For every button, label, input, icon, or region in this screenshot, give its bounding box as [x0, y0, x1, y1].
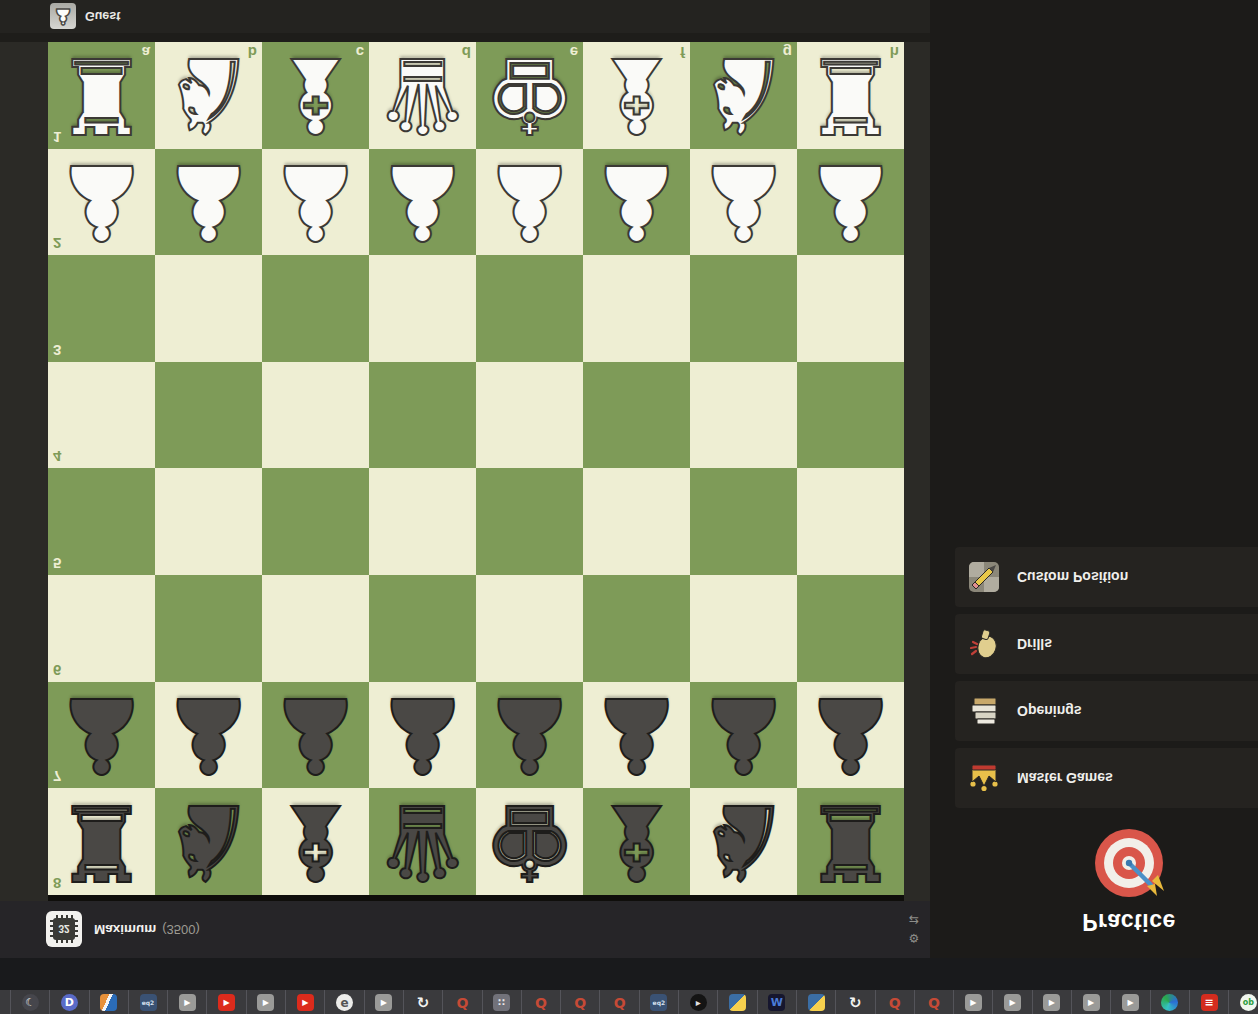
square-f5[interactable]	[583, 469, 690, 576]
youtube-red-icon: ▶	[297, 994, 314, 1011]
taskbar-slot-18[interactable]: ▸	[678, 990, 717, 1014]
square-f3[interactable]	[583, 255, 690, 362]
chip-label: 32	[58, 924, 70, 935]
browser-e-icon: e	[336, 994, 353, 1011]
square-f4[interactable]	[583, 362, 690, 469]
taskbar-slot-30[interactable]	[1150, 990, 1189, 1014]
taskbar-slot-19[interactable]	[717, 990, 756, 1014]
square-f7[interactable]: ♟	[583, 682, 690, 789]
square-a6[interactable]: 6	[48, 575, 155, 682]
swirl-app-icon: ☾	[22, 994, 39, 1011]
piece-white-knight[interactable]: ♞	[690, 42, 797, 149]
crown-icon	[968, 762, 1000, 794]
square-b3[interactable]	[155, 255, 262, 362]
screen: 32 Maximum (3500) ⇄⚙ 8♜♞♝♛♚♝♞♜7♟♟♟♟♟♟♟♟6…	[0, 0, 1258, 1014]
piece-black-pawn[interactable]: ♟	[583, 682, 690, 789]
piece-white-pawn[interactable]: ♟	[476, 149, 583, 256]
square-e5[interactable]	[476, 469, 583, 576]
white-pawn-avatar-icon: ♟	[53, 6, 73, 28]
piece-white-queen[interactable]: ♛	[369, 42, 476, 149]
square-c1[interactable]: c♝	[262, 42, 369, 149]
square-f8[interactable]: ♝	[583, 788, 690, 895]
menu-item-custom-position[interactable]: Custom Position	[955, 547, 1258, 607]
discord-d-icon: D	[61, 994, 78, 1011]
square-g3[interactable]	[690, 255, 797, 362]
piece-white-knight[interactable]: ♞	[155, 42, 262, 149]
piece-white-pawn[interactable]: ♟	[48, 149, 155, 256]
taskbar-slot-12[interactable]: Q	[442, 990, 481, 1014]
square-e4[interactable]	[476, 362, 583, 469]
taskbar-slot-14[interactable]: Q	[521, 990, 560, 1014]
square-f6[interactable]	[583, 575, 690, 682]
menu-item-label: Master Games	[1017, 770, 1113, 786]
engine-rating: (3500)	[162, 922, 200, 937]
taskbar-slot-32[interactable]: ob	[1228, 990, 1258, 1014]
taskbar-slot-15[interactable]: Q	[560, 990, 599, 1014]
square-a4[interactable]: 4	[48, 362, 155, 469]
square-b2[interactable]: ♟	[155, 149, 262, 256]
square-a3[interactable]: 3	[48, 255, 155, 362]
square-a5[interactable]: 5	[48, 469, 155, 576]
piece-black-king[interactable]: ♚	[476, 788, 583, 895]
domino-dots-icon: ∷	[493, 994, 510, 1011]
video-play-gray-icon: ▶	[179, 994, 196, 1011]
square-e8[interactable]: ♚	[476, 788, 583, 895]
square-c3[interactable]	[262, 255, 369, 362]
square-h7[interactable]: ♟	[797, 682, 904, 789]
square-g6[interactable]	[690, 575, 797, 682]
square-a8[interactable]: 8♜	[48, 788, 155, 895]
menu-item-openings[interactable]: Openings	[955, 681, 1258, 741]
red-ring-pin-icon: Q	[886, 994, 903, 1011]
piece-black-pawn[interactable]: ♟	[690, 682, 797, 789]
edge-browser-icon	[1161, 994, 1178, 1011]
red-ring-pin-icon: Q	[454, 994, 471, 1011]
taskbar-slot-7[interactable]: ▶	[246, 990, 285, 1014]
window-edge-band	[0, 958, 1258, 990]
square-b5[interactable]	[155, 469, 262, 576]
square-e1[interactable]: e♚	[476, 42, 583, 149]
photos-app-icon	[100, 994, 117, 1011]
piece-white-pawn[interactable]: ♟	[797, 149, 904, 256]
refresh-arrows-icon: ↻	[847, 994, 864, 1011]
piece-black-knight[interactable]: ♞	[690, 788, 797, 895]
eq2-app-icon: eq2	[650, 994, 667, 1011]
piece-black-queen[interactable]: ♛	[369, 788, 476, 895]
square-b4[interactable]	[155, 362, 262, 469]
square-c5[interactable]	[262, 469, 369, 576]
piece-black-pawn[interactable]: ♟	[155, 682, 262, 789]
square-c8[interactable]: ♝	[262, 788, 369, 895]
taskbar-slot-25[interactable]: ▶	[953, 990, 992, 1014]
square-h3[interactable]	[797, 255, 904, 362]
piece-black-bishop[interactable]: ♝	[583, 788, 690, 895]
rank-label-3: 3	[53, 342, 61, 359]
flip-board-icon[interactable]: ⇄	[906, 914, 922, 928]
video-play-gray-icon: ▶	[965, 994, 982, 1011]
square-b7[interactable]: ♟	[155, 682, 262, 789]
taskbar-slot-26[interactable]: ▶	[992, 990, 1031, 1014]
board-tools: ⇄⚙	[906, 907, 922, 952]
piece-white-pawn[interactable]: ♟	[262, 149, 369, 256]
square-h1[interactable]: h♜	[797, 42, 904, 149]
taskbar-slot-4[interactable]: eq2	[128, 990, 167, 1014]
video-play-gray-icon: ▶	[257, 994, 274, 1011]
square-d5[interactable]	[369, 469, 476, 576]
square-d3[interactable]	[369, 255, 476, 362]
python-icon	[729, 994, 746, 1011]
square-b8[interactable]: ♞	[155, 788, 262, 895]
rank-label-5: 5	[53, 555, 61, 572]
video-play-gray-icon: ▶	[1122, 994, 1139, 1011]
square-e2[interactable]: ♟	[476, 149, 583, 256]
cpu-chip-icon: 32	[49, 915, 79, 945]
square-c6[interactable]	[262, 575, 369, 682]
taskbar-slot-31[interactable]: ≡	[1189, 990, 1228, 1014]
square-g1[interactable]: g♞	[690, 42, 797, 149]
piece-white-bishop[interactable]: ♝	[583, 42, 690, 149]
board-top-gap	[0, 33, 930, 42]
square-b1[interactable]: b♞	[155, 42, 262, 149]
square-h6[interactable]	[797, 575, 904, 682]
w-app-icon: W	[768, 994, 785, 1011]
piece-black-knight[interactable]: ♞	[155, 788, 262, 895]
taskbar-slot-27[interactable]: ▶	[1032, 990, 1071, 1014]
square-e3[interactable]	[476, 255, 583, 362]
piece-black-rook[interactable]: ♜	[48, 788, 155, 895]
square-d4[interactable]	[369, 362, 476, 469]
piece-black-bishop[interactable]: ♝	[262, 788, 369, 895]
square-d6[interactable]	[369, 575, 476, 682]
video-play-gray-icon: ▶	[375, 994, 392, 1011]
practice-section-title: Practice	[1000, 905, 1258, 935]
taskbar-slot-9[interactable]: e	[324, 990, 363, 1014]
menu-item-label: Drills	[1017, 636, 1052, 652]
square-e7[interactable]: ♟	[476, 682, 583, 789]
engine-player-bar: 32 Maximum (3500) ⇄⚙	[0, 901, 930, 958]
square-d1[interactable]: d♛	[369, 42, 476, 149]
rank-label-4: 4	[53, 449, 61, 466]
practice-menu: Custom PositionDrillsOpeningsMaster Game…	[955, 547, 1258, 808]
menu-item-label: Openings	[1017, 703, 1082, 719]
youtube-red-icon: ▶	[218, 994, 235, 1011]
square-h8[interactable]: ♜	[797, 788, 904, 895]
square-e6[interactable]	[476, 575, 583, 682]
piece-white-pawn[interactable]: ♟	[583, 149, 690, 256]
taskbar: ☾Deq2▶▶▶▶e▶↻Q∷QQQeq2▸W↻QQ▶▶▶▶▶≡ob	[0, 990, 1258, 1014]
target-dart-icon	[1093, 827, 1165, 899]
piece-white-pawn[interactable]: ♟	[155, 149, 262, 256]
menu-item-master-games[interactable]: Master Games	[955, 748, 1258, 808]
square-d8[interactable]: ♛	[369, 788, 476, 895]
red-stripes-icon: ≡	[1201, 994, 1218, 1011]
piece-black-pawn[interactable]: ♟	[476, 682, 583, 789]
drill-icon	[968, 628, 1000, 660]
rank-label-6: 6	[53, 662, 61, 679]
square-g7[interactable]: ♟	[690, 682, 797, 789]
books-icon	[968, 695, 1000, 727]
engine-name: Maximum	[94, 922, 156, 937]
red-ring-pin-icon: Q	[925, 994, 942, 1011]
red-ring-pin-icon: Q	[572, 994, 589, 1011]
square-c7[interactable]: ♟	[262, 682, 369, 789]
taskbar-slot-20[interactable]: W	[757, 990, 796, 1014]
piece-black-pawn[interactable]: ♟	[369, 682, 476, 789]
menu-item-drills[interactable]: Drills	[955, 614, 1258, 674]
piece-white-bishop[interactable]: ♝	[262, 42, 369, 149]
square-a1[interactable]: 1a♜	[48, 42, 155, 149]
square-c2[interactable]: ♟	[262, 149, 369, 256]
taskbar-slot-1[interactable]: ☾	[10, 990, 49, 1014]
refresh-arrows-icon: ↻	[415, 994, 432, 1011]
piece-white-king[interactable]: ♚	[476, 42, 583, 149]
chess-board: 8♜♞♝♛♚♝♞♜7♟♟♟♟♟♟♟♟65432♟♟♟♟♟♟♟♟1a♜b♞c♝d♛…	[48, 42, 904, 895]
pencil-board-icon	[968, 561, 1000, 593]
piece-black-pawn[interactable]: ♟	[797, 682, 904, 789]
ob-green-icon: ob	[1240, 994, 1257, 1011]
square-g5[interactable]	[690, 469, 797, 576]
engine-chip-avatar: 32	[46, 912, 82, 948]
square-g4[interactable]	[690, 362, 797, 469]
red-ring-pin-icon: Q	[533, 994, 550, 1011]
taskbar-slot-21[interactable]	[796, 990, 835, 1014]
guest-name: Guest	[85, 10, 120, 24]
taskbar-slot-24[interactable]: Q	[914, 990, 953, 1014]
square-f1[interactable]: f♝	[583, 42, 690, 149]
taskbar-slot-11[interactable]: ↻	[403, 990, 442, 1014]
taskbar-slot-3[interactable]	[89, 990, 128, 1014]
square-h2[interactable]: ♟	[797, 149, 904, 256]
piece-white-pawn[interactable]: ♟	[690, 149, 797, 256]
square-h4[interactable]	[797, 362, 904, 469]
square-f2[interactable]: ♟	[583, 149, 690, 256]
red-ring-pin-icon: Q	[611, 994, 628, 1011]
dark-circle-play-icon: ▸	[690, 994, 707, 1011]
taskbar-slot-2[interactable]: D	[49, 990, 88, 1014]
menu-item-label: Custom Position	[1017, 569, 1128, 585]
square-d7[interactable]: ♟	[369, 682, 476, 789]
python-icon	[808, 994, 825, 1011]
eq2-app-icon: eq2	[140, 994, 157, 1011]
piece-white-rook[interactable]: ♜	[48, 42, 155, 149]
square-a7[interactable]: 7♟	[48, 682, 155, 789]
square-h5[interactable]	[797, 469, 904, 576]
settings-gear-icon[interactable]: ⚙	[906, 932, 922, 946]
taskbar-slot-16[interactable]: Q	[599, 990, 638, 1014]
taskbar-slot-22[interactable]: ↻	[835, 990, 874, 1014]
video-play-gray-icon: ▶	[1083, 994, 1100, 1011]
video-play-gray-icon: ▶	[1004, 994, 1021, 1011]
video-play-gray-icon: ▶	[1043, 994, 1060, 1011]
square-g2[interactable]: ♟	[690, 149, 797, 256]
piece-white-rook[interactable]: ♜	[797, 42, 904, 149]
taskbar-slot-17[interactable]: eq2	[639, 990, 678, 1014]
square-b6[interactable]	[155, 575, 262, 682]
guest-player-bar: ♟ Guest	[0, 0, 930, 33]
guest-avatar: ♟	[50, 4, 76, 30]
square-d2[interactable]: ♟	[369, 149, 476, 256]
piece-black-rook[interactable]: ♜	[797, 788, 904, 895]
piece-white-pawn[interactable]: ♟	[369, 149, 476, 256]
taskbar-slot-28[interactable]: ▶	[1071, 990, 1110, 1014]
square-g8[interactable]: ♞	[690, 788, 797, 895]
taskbar-slot-23[interactable]: Q	[875, 990, 914, 1014]
taskbar-slot-29[interactable]: ▶	[1110, 990, 1149, 1014]
square-a2[interactable]: 2♟	[48, 149, 155, 256]
taskbar-slot-8[interactable]: ▶	[285, 990, 324, 1014]
piece-black-pawn[interactable]: ♟	[262, 682, 369, 789]
taskbar-slot-10[interactable]: ▶	[364, 990, 403, 1014]
taskbar-slot-5[interactable]: ▶	[167, 990, 206, 1014]
square-c4[interactable]	[262, 362, 369, 469]
taskbar-slot-13[interactable]: ∷	[482, 990, 521, 1014]
chess-app-window-flipped: 32 Maximum (3500) ⇄⚙ 8♜♞♝♛♚♝♞♜7♟♟♟♟♟♟♟♟6…	[0, 0, 1258, 990]
piece-black-pawn[interactable]: ♟	[48, 682, 155, 789]
taskbar-slot-6[interactable]: ▶	[206, 990, 245, 1014]
